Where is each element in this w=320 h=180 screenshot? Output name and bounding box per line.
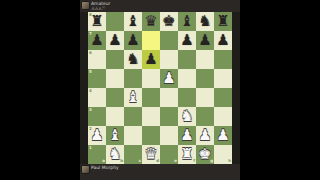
white-pawn[interactable]: ♟ bbox=[214, 126, 232, 145]
square-a1[interactable]: 1a bbox=[88, 145, 106, 164]
black-pawn[interactable]: ♟ bbox=[106, 31, 124, 50]
bottom-player-name[interactable]: Paul Morphy bbox=[91, 165, 119, 170]
square-d7[interactable] bbox=[142, 31, 160, 50]
square-h6[interactable] bbox=[214, 50, 232, 69]
file-label-h: h bbox=[228, 159, 231, 163]
square-f1[interactable]: f♜ bbox=[178, 145, 196, 164]
file-label-c: c bbox=[139, 159, 141, 163]
square-b1[interactable]: b♞ bbox=[106, 145, 124, 164]
square-g4[interactable] bbox=[196, 88, 214, 107]
bottom-player-bar: Paul Morphy bbox=[80, 164, 240, 180]
square-g8[interactable]: ♞ bbox=[196, 12, 214, 31]
square-b8[interactable] bbox=[106, 12, 124, 31]
square-e3[interactable] bbox=[160, 107, 178, 126]
white-pawn[interactable]: ♟ bbox=[160, 69, 178, 88]
square-c8[interactable]: ♝ bbox=[124, 12, 142, 31]
square-d2[interactable] bbox=[142, 126, 160, 145]
square-h7[interactable]: ♟ bbox=[214, 31, 232, 50]
rank-label-5: 5 bbox=[89, 70, 92, 74]
square-h8[interactable]: ♜ bbox=[214, 12, 232, 31]
square-c3[interactable] bbox=[124, 107, 142, 126]
square-h1[interactable]: h bbox=[214, 145, 232, 164]
square-c6[interactable]: ♞ bbox=[124, 50, 142, 69]
bottom-player-avatar[interactable] bbox=[82, 166, 89, 173]
square-a8[interactable]: 8♜ bbox=[88, 12, 106, 31]
square-f3[interactable]: ♞ bbox=[178, 107, 196, 126]
black-pawn[interactable]: ♟ bbox=[214, 31, 232, 50]
white-rook[interactable]: ♜ bbox=[178, 145, 196, 164]
black-bishop[interactable]: ♝ bbox=[178, 12, 196, 31]
square-f5[interactable] bbox=[178, 69, 196, 88]
rank-label-4: 4 bbox=[89, 89, 92, 93]
square-h2[interactable]: ♟ bbox=[214, 126, 232, 145]
square-d3[interactable] bbox=[142, 107, 160, 126]
square-g7[interactable]: ♟ bbox=[196, 31, 214, 50]
square-e5[interactable]: ♟ bbox=[160, 69, 178, 88]
white-knight[interactable]: ♞ bbox=[178, 107, 196, 126]
white-pawn[interactable]: ♟ bbox=[178, 126, 196, 145]
square-g6[interactable] bbox=[196, 50, 214, 69]
square-c1[interactable]: c bbox=[124, 145, 142, 164]
square-e6[interactable] bbox=[160, 50, 178, 69]
square-a4[interactable]: 4 bbox=[88, 88, 106, 107]
black-queen[interactable]: ♛ bbox=[142, 12, 160, 31]
black-knight[interactable]: ♞ bbox=[124, 50, 142, 69]
square-b4[interactable] bbox=[106, 88, 124, 107]
top-player-avatar[interactable] bbox=[82, 2, 89, 9]
square-g2[interactable]: ♟ bbox=[196, 126, 214, 145]
black-pawn[interactable]: ♟ bbox=[142, 50, 160, 69]
square-f2[interactable]: ♟ bbox=[178, 126, 196, 145]
rank-label-6: 6 bbox=[89, 51, 92, 55]
black-knight[interactable]: ♞ bbox=[196, 12, 214, 31]
square-f7[interactable]: ♟ bbox=[178, 31, 196, 50]
white-bishop[interactable]: ♝ bbox=[124, 88, 142, 107]
square-f6[interactable] bbox=[178, 50, 196, 69]
letterbox-left bbox=[0, 0, 80, 180]
white-king[interactable]: ♚ bbox=[196, 145, 214, 164]
black-pawn[interactable]: ♟ bbox=[124, 31, 142, 50]
black-pawn[interactable]: ♟ bbox=[196, 31, 214, 50]
white-bishop[interactable]: ♝ bbox=[106, 126, 124, 145]
square-b5[interactable] bbox=[106, 69, 124, 88]
square-a2[interactable]: 2♟ bbox=[88, 126, 106, 145]
rank-label-3: 3 bbox=[89, 108, 92, 112]
square-a7[interactable]: 7♟ bbox=[88, 31, 106, 50]
black-rook[interactable]: ♜ bbox=[88, 12, 106, 31]
square-h5[interactable] bbox=[214, 69, 232, 88]
square-c5[interactable] bbox=[124, 69, 142, 88]
file-label-a: a bbox=[102, 159, 105, 163]
square-g3[interactable] bbox=[196, 107, 214, 126]
square-h4[interactable] bbox=[214, 88, 232, 107]
square-e1[interactable]: e bbox=[160, 145, 178, 164]
square-e2[interactable] bbox=[160, 126, 178, 145]
square-d5[interactable] bbox=[142, 69, 160, 88]
square-h3[interactable] bbox=[214, 107, 232, 126]
white-knight[interactable]: ♞ bbox=[106, 145, 124, 164]
top-player-captured-pieces: ♙♙♙♖ bbox=[91, 6, 105, 11]
white-pawn[interactable]: ♟ bbox=[196, 126, 214, 145]
square-b3[interactable] bbox=[106, 107, 124, 126]
square-b2[interactable]: ♝ bbox=[106, 126, 124, 145]
square-c4[interactable]: ♝ bbox=[124, 88, 142, 107]
square-a6[interactable]: 6 bbox=[88, 50, 106, 69]
square-f8[interactable]: ♝ bbox=[178, 12, 196, 31]
square-e8[interactable]: ♚ bbox=[160, 12, 178, 31]
square-a5[interactable]: 5 bbox=[88, 69, 106, 88]
square-b7[interactable]: ♟ bbox=[106, 31, 124, 50]
game-column: Amateur ♙♙♙♖ 8♜♝♛♚♝♞♜7♟♟♟♟♟♟6♞♟5♟4♝3♞2♟♝… bbox=[80, 0, 240, 180]
letterbox-right bbox=[240, 0, 320, 180]
file-label-e: e bbox=[174, 159, 177, 163]
chess-board[interactable]: 8♜♝♛♚♝♞♜7♟♟♟♟♟♟6♞♟5♟4♝3♞2♟♝♟♟♟1ab♞cd♛ef♜… bbox=[88, 12, 232, 164]
square-c2[interactable] bbox=[124, 126, 142, 145]
square-a3[interactable]: 3 bbox=[88, 107, 106, 126]
square-e4[interactable] bbox=[160, 88, 178, 107]
black-bishop[interactable]: ♝ bbox=[124, 12, 142, 31]
square-d6[interactable]: ♟ bbox=[142, 50, 160, 69]
square-g1[interactable]: g♚ bbox=[196, 145, 214, 164]
black-king[interactable]: ♚ bbox=[160, 12, 178, 31]
square-g5[interactable] bbox=[196, 69, 214, 88]
square-e7[interactable] bbox=[160, 31, 178, 50]
square-b6[interactable] bbox=[106, 50, 124, 69]
black-pawn[interactable]: ♟ bbox=[88, 31, 106, 50]
black-rook[interactable]: ♜ bbox=[214, 12, 232, 31]
top-player-bar: Amateur ♙♙♙♖ bbox=[80, 0, 240, 12]
rank-label-1: 1 bbox=[89, 146, 92, 150]
white-pawn[interactable]: ♟ bbox=[88, 126, 106, 145]
square-d4[interactable] bbox=[142, 88, 160, 107]
square-c7[interactable]: ♟ bbox=[124, 31, 142, 50]
white-queen[interactable]: ♛ bbox=[142, 145, 160, 164]
square-d1[interactable]: d♛ bbox=[142, 145, 160, 164]
square-d8[interactable]: ♛ bbox=[142, 12, 160, 31]
black-pawn[interactable]: ♟ bbox=[178, 31, 196, 50]
square-f4[interactable] bbox=[178, 88, 196, 107]
